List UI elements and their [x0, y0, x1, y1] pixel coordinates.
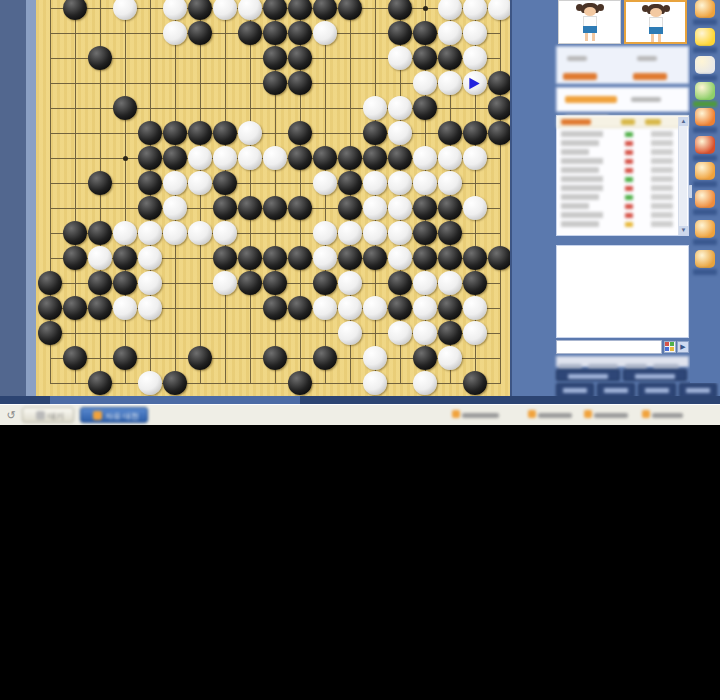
stone-black [338, 196, 362, 220]
tray-window-item[interactable] [642, 410, 683, 422]
stone-black [88, 371, 112, 395]
stone-white [338, 296, 362, 320]
stone-black [413, 221, 437, 245]
status-badge [625, 177, 633, 182]
stone-black [263, 246, 287, 270]
lobby-tab-icon [36, 411, 45, 420]
stone-white [438, 21, 462, 45]
stone-black [88, 46, 112, 70]
stone-black [313, 346, 337, 370]
stone-white [313, 21, 337, 45]
stone-black [38, 296, 62, 320]
shop-bottle-icon [695, 82, 715, 100]
left-window-strip [26, 0, 36, 396]
stone-black [413, 346, 437, 370]
chick-icon [695, 28, 715, 46]
status-badge [625, 213, 633, 218]
stone-black [288, 121, 312, 145]
icon-label-blurred [693, 127, 717, 133]
stone-white [263, 146, 287, 170]
stone-white [363, 296, 387, 320]
user-list-row[interactable] [559, 166, 677, 175]
black-screen-area [0, 425, 720, 700]
stone-white [413, 146, 437, 170]
stone-black [438, 221, 462, 245]
stone-black [113, 96, 137, 120]
right-icon-strip [690, 0, 720, 383]
stone-black [138, 171, 162, 195]
stone-white [463, 0, 487, 20]
stone-white [138, 246, 162, 270]
stone-white [463, 321, 487, 345]
stone-black [63, 0, 87, 20]
stone-white [463, 296, 487, 320]
stone-white [163, 221, 187, 245]
scroll-down-arrow[interactable]: ▼ [679, 226, 688, 235]
stone-black [238, 21, 262, 45]
stone-white [188, 221, 212, 245]
stone-black [88, 171, 112, 195]
stone-white [363, 346, 387, 370]
chick-icon[interactable] [693, 28, 717, 53]
stone-white [213, 0, 237, 20]
stone-white [163, 21, 187, 45]
stone-white [88, 246, 112, 270]
user-list-scrollbar[interactable]: ▲ ▼ [678, 117, 687, 235]
user-list-row[interactable] [559, 211, 677, 220]
stone-black [163, 121, 187, 145]
stone-white [313, 296, 337, 320]
stone-black [488, 71, 510, 95]
stone-black [438, 296, 462, 320]
stone-white [238, 0, 262, 20]
stone-white [138, 371, 162, 395]
stone-white [388, 96, 412, 120]
player-card-black[interactable] [558, 0, 621, 44]
status-badge [625, 159, 633, 164]
tray-window-item[interactable] [584, 410, 628, 422]
stone-black [288, 196, 312, 220]
stone-white [463, 46, 487, 70]
stone-white [213, 271, 237, 295]
stone-black [88, 271, 112, 295]
gift-icon[interactable] [693, 0, 717, 25]
stone-white [363, 96, 387, 120]
stone-white [438, 171, 462, 195]
stone-black [263, 271, 287, 295]
bell-icon [695, 190, 715, 208]
stone-black [463, 271, 487, 295]
stone-black [38, 271, 62, 295]
stone-white [438, 146, 462, 170]
stone-black [263, 0, 287, 20]
status-badge [625, 195, 633, 200]
baduk-app-window: ▲ ▼ ▶ [0, 0, 720, 404]
stone-white [363, 221, 387, 245]
stone-white [438, 346, 462, 370]
user-list-row[interactable] [559, 175, 677, 184]
taskbar: ↺ 대기실 자유 대전 [0, 404, 720, 425]
stone-black [288, 0, 312, 20]
stone-black [188, 21, 212, 45]
stone-black [263, 346, 287, 370]
game-tab-icon [93, 411, 102, 420]
stone-black [213, 121, 237, 145]
stone-black [438, 321, 462, 345]
stone-white [113, 0, 137, 20]
user-list-row[interactable] [559, 157, 677, 166]
stone-white [463, 146, 487, 170]
stone-black [363, 146, 387, 170]
stone-black [113, 271, 137, 295]
stone-white [463, 196, 487, 220]
stone-black [313, 146, 337, 170]
icon-label-blurred [693, 181, 717, 187]
stone-white [338, 221, 362, 245]
stone-black [238, 246, 262, 270]
emoticon-palette-button[interactable] [664, 341, 676, 353]
screenshot-root: ▲ ▼ ▶ [0, 0, 720, 700]
stone-black [238, 271, 262, 295]
icon-label-blurred [693, 101, 717, 107]
stone-black [263, 71, 287, 95]
stone-black [313, 271, 337, 295]
tray-window-item[interactable] [528, 410, 572, 422]
stone-white [238, 146, 262, 170]
left-window-edge [0, 0, 26, 396]
user-list-header [557, 116, 688, 128]
stone-white [338, 321, 362, 345]
stone-black [388, 271, 412, 295]
orange-box-icon [695, 162, 715, 180]
icon-label-blurred [693, 47, 717, 53]
status-badge [625, 141, 633, 146]
stone-black [413, 21, 437, 45]
stone-black [438, 121, 462, 145]
user-list-panel: ▲ ▼ [556, 115, 689, 236]
stone-black [388, 0, 412, 20]
stone-white [163, 171, 187, 195]
chat-log [556, 245, 689, 338]
stone-white [438, 0, 462, 20]
status-badge [625, 150, 633, 155]
taskbar-tab-game-active[interactable]: 자유 대전 [80, 407, 148, 423]
stone-black [88, 221, 112, 245]
stone-black [288, 371, 312, 395]
status-badge [625, 132, 633, 137]
stone-white [188, 171, 212, 195]
stone-black [263, 196, 287, 220]
icon-label-blurred [693, 269, 717, 275]
stone-black [163, 146, 187, 170]
stone-black [413, 46, 437, 70]
stone-white [138, 221, 162, 245]
stone-white [113, 221, 137, 245]
stone-black [138, 121, 162, 145]
stone-black [288, 246, 312, 270]
player-avatar-black [559, 1, 620, 43]
stone-white [413, 71, 437, 95]
coupon-icon[interactable] [693, 136, 717, 161]
stone-white [313, 221, 337, 245]
stone-black [363, 121, 387, 145]
hand-icon[interactable] [693, 108, 717, 133]
stone-black [88, 296, 112, 320]
status-badge [625, 186, 633, 191]
truck-icon[interactable] [693, 220, 717, 245]
chat-toolbar-blurred[interactable] [556, 356, 689, 367]
stone-black [188, 121, 212, 145]
stone-black [463, 246, 487, 270]
strip-collapse-handle[interactable] [688, 185, 692, 198]
stone-black [113, 346, 137, 370]
stone-white [213, 221, 237, 245]
stone-white [388, 321, 412, 345]
stone-white [413, 371, 437, 395]
stone-black [238, 196, 262, 220]
stone-black [263, 296, 287, 320]
stone-black [138, 146, 162, 170]
game-info-panel [556, 87, 689, 112]
stone-white [413, 271, 437, 295]
stone-black [488, 246, 510, 270]
go-board[interactable] [36, 0, 510, 396]
truck-icon [695, 220, 715, 238]
sidebar-left-edge [510, 0, 512, 404]
grid-line [50, 133, 501, 134]
tray-window-item[interactable] [452, 410, 499, 422]
taskbar-start-icon[interactable]: ↺ [4, 408, 18, 422]
stone-white [388, 196, 412, 220]
orange-box-icon[interactable] [693, 162, 717, 187]
icon-label-blurred [693, 19, 717, 25]
icon-label-blurred [693, 75, 717, 81]
stone-black [413, 246, 437, 270]
shop-bottle-icon[interactable] [693, 82, 717, 107]
stone-white [163, 196, 187, 220]
stone-white [363, 371, 387, 395]
stone-black [313, 0, 337, 20]
stone-white [213, 146, 237, 170]
stone-black [438, 196, 462, 220]
stone-white [163, 0, 187, 20]
stone-white [463, 21, 487, 45]
stone-black [338, 246, 362, 270]
stone-black [188, 346, 212, 370]
action-button[interactable] [623, 369, 687, 381]
stone-black [438, 246, 462, 270]
stone-black [413, 96, 437, 120]
coupon-icon [695, 136, 715, 154]
stone-black [338, 171, 362, 195]
player-avatar-white [626, 2, 685, 42]
user-list-row[interactable] [559, 139, 677, 148]
stone-black [188, 0, 212, 20]
star-point [423, 6, 428, 11]
stone-white [438, 71, 462, 95]
user-list-row[interactable] [559, 184, 677, 193]
stone-black [388, 21, 412, 45]
status-badge [625, 222, 633, 227]
stone-black [213, 171, 237, 195]
stone-white [388, 246, 412, 270]
stone-black [213, 246, 237, 270]
chat-input[interactable] [556, 340, 662, 354]
stone-black [288, 21, 312, 45]
gift-icon [695, 0, 715, 18]
stone-black [413, 196, 437, 220]
stone-white [413, 296, 437, 320]
user-list-row[interactable] [559, 148, 677, 157]
tray-item-icon [452, 410, 460, 418]
chat-send-button[interactable]: ▶ [677, 341, 689, 353]
stone-white [363, 171, 387, 195]
user-list-row[interactable] [559, 130, 677, 139]
tray-item-icon [528, 410, 536, 418]
stone-white [113, 296, 137, 320]
stone-white [138, 271, 162, 295]
stone-white [413, 321, 437, 345]
player-card-white[interactable] [624, 0, 687, 44]
stone-black [288, 71, 312, 95]
taskbar-tab-lobby[interactable]: 대기실 [22, 407, 74, 423]
icon-label-blurred [693, 209, 717, 215]
stone-white [388, 171, 412, 195]
stone-black [288, 46, 312, 70]
stone-white [313, 171, 337, 195]
stone-black [288, 296, 312, 320]
stone-black [388, 296, 412, 320]
status-badge [625, 204, 633, 209]
stone-search-icon[interactable] [693, 56, 717, 81]
stone-white [438, 271, 462, 295]
stone-black [63, 221, 87, 245]
user-list-row[interactable] [559, 193, 677, 202]
sidebar: ▲ ▼ ▶ [510, 0, 720, 404]
user-list-row[interactable] [559, 220, 677, 229]
stone-black [63, 346, 87, 370]
stone-white [388, 221, 412, 245]
stone-black [138, 196, 162, 220]
tray-item-icon [642, 410, 650, 418]
stone-black [263, 21, 287, 45]
icon-label-blurred [693, 155, 717, 161]
player-stats-panel [556, 46, 689, 84]
stone-white [138, 296, 162, 320]
stone-search-icon [695, 56, 715, 74]
stone-black [438, 46, 462, 70]
star-point [123, 156, 128, 161]
stone-black [488, 96, 510, 120]
user-list-row[interactable] [559, 202, 677, 211]
stone-black [338, 146, 362, 170]
coin-hand-icon [695, 250, 715, 268]
stone-black [263, 46, 287, 70]
hand-icon [695, 108, 715, 126]
bell-icon[interactable] [693, 190, 717, 215]
coin-hand-icon[interactable] [693, 250, 717, 275]
stone-black [363, 246, 387, 270]
stone-black [463, 121, 487, 145]
window-bottom-frame [0, 396, 720, 404]
stone-black [388, 146, 412, 170]
scroll-up-arrow[interactable]: ▲ [679, 117, 688, 126]
stone-white [313, 246, 337, 270]
stone-white [488, 0, 510, 20]
stone-white [413, 171, 437, 195]
stone-black [488, 121, 510, 145]
stone-black [463, 371, 487, 395]
stone-white [238, 121, 262, 145]
icon-label-blurred [693, 239, 717, 245]
stone-black [63, 246, 87, 270]
stone-white [388, 121, 412, 145]
stone-black [38, 321, 62, 345]
action-button[interactable] [556, 369, 620, 381]
status-badge [625, 168, 633, 173]
stone-white [188, 146, 212, 170]
stone-white [338, 271, 362, 295]
stone-black [163, 371, 187, 395]
stone-black [213, 196, 237, 220]
stone-black [288, 146, 312, 170]
stone-black [63, 296, 87, 320]
action-buttons-row1 [556, 369, 689, 381]
stone-black [338, 0, 362, 20]
stone-white [363, 196, 387, 220]
tray-item-icon [584, 410, 592, 418]
stone-black [113, 246, 137, 270]
stone-white [388, 46, 412, 70]
